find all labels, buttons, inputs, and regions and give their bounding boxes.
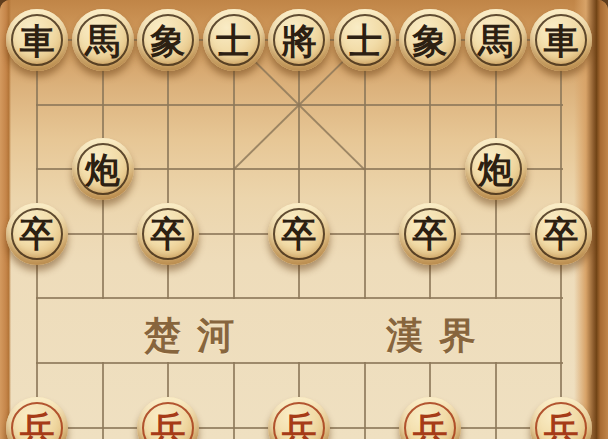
piece-glyph: 炮 [478,152,513,187]
piece-red-soldier[interactable]: 兵 [268,397,330,439]
piece-glyph: 馬 [478,23,513,58]
piece-black-soldier[interactable]: 卒 [137,203,199,265]
piece-black-cannon[interactable]: 炮 [72,138,134,200]
piece-black-elephant[interactable]: 象 [137,9,199,71]
piece-glyph: 卒 [413,216,448,251]
piece-glyph: 卒 [20,216,55,251]
piece-glyph: 將 [282,23,317,58]
xiangqi-board[interactable]: 楚河 漢界 車馬象士將士象馬車炮炮卒卒卒卒卒兵兵兵兵兵 [0,0,608,439]
piece-glyph: 兵 [282,411,317,439]
grid-line [233,362,235,439]
wood-frame-top [0,0,608,9]
piece-glyph: 士 [216,23,251,58]
piece-glyph: 車 [544,23,579,58]
piece-red-soldier[interactable]: 兵 [399,397,461,439]
piece-glyph: 卒 [544,216,579,251]
piece-red-soldier[interactable]: 兵 [6,397,68,439]
piece-black-soldier[interactable]: 卒 [268,203,330,265]
piece-black-horse[interactable]: 馬 [72,9,134,71]
piece-glyph: 車 [20,23,55,58]
piece-black-chariot[interactable]: 車 [530,9,592,71]
piece-black-elephant[interactable]: 象 [399,9,461,71]
piece-black-horse[interactable]: 馬 [465,9,527,71]
piece-glyph: 卒 [282,216,317,251]
piece-black-soldier[interactable]: 卒 [399,203,461,265]
piece-glyph: 兵 [20,411,55,439]
piece-black-cannon[interactable]: 炮 [465,138,527,200]
piece-glyph: 象 [151,23,186,58]
piece-glyph: 馬 [85,23,120,58]
piece-black-chariot[interactable]: 車 [6,9,68,71]
piece-glyph: 卒 [151,216,186,251]
piece-red-soldier[interactable]: 兵 [137,397,199,439]
piece-glyph: 炮 [85,152,120,187]
grid-line [364,362,366,439]
river-label-left: 楚河 [144,311,250,361]
piece-glyph: 兵 [413,411,448,439]
piece-glyph: 士 [347,23,382,58]
piece-black-advisor[interactable]: 士 [334,9,396,71]
piece-glyph: 兵 [544,411,579,439]
grid-line [102,362,104,439]
river-label-right: 漢界 [386,311,492,361]
piece-glyph: 象 [413,23,448,58]
grid-line [495,362,497,439]
piece-glyph: 兵 [151,411,186,439]
piece-black-general[interactable]: 將 [268,9,330,71]
piece-black-soldier[interactable]: 卒 [6,203,68,265]
piece-black-soldier[interactable]: 卒 [530,203,592,265]
piece-black-advisor[interactable]: 士 [203,9,265,71]
